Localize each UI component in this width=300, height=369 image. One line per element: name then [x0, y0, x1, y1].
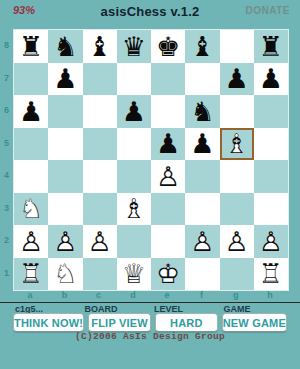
divider-line [0, 302, 300, 303]
square-e1[interactable]: ♚♔ [151, 258, 185, 291]
white-pawn: ♟♙ [225, 228, 249, 255]
file-label-a: a [13, 290, 47, 301]
square-d4[interactable] [117, 160, 151, 193]
square-d8[interactable]: ♛ [117, 30, 151, 63]
file-label-b: b [47, 290, 81, 301]
rank-label-7: 7 [0, 62, 13, 95]
square-h3[interactable] [254, 193, 288, 226]
square-e8[interactable]: ♚ [151, 30, 185, 63]
square-a3[interactable]: ♞♘ [14, 193, 48, 226]
rank-label-8: 8 [0, 29, 13, 62]
square-e4[interactable]: ♟♙ [151, 160, 185, 193]
rank-label-5: 5 [0, 127, 13, 160]
square-b1[interactable]: ♞♘ [48, 258, 82, 291]
black-rook: ♜ [259, 33, 283, 60]
black-knight: ♞ [190, 98, 214, 125]
white-pawn: ♟♙ [53, 228, 77, 255]
square-a1[interactable]: ♜♖ [14, 258, 48, 291]
square-h1[interactable]: ♜♖ [254, 258, 288, 291]
square-a4[interactable] [14, 160, 48, 193]
square-b3[interactable] [48, 193, 82, 226]
white-pawn: ♟♙ [19, 228, 43, 255]
rank-label-4: 4 [0, 159, 13, 192]
square-f3[interactable] [185, 193, 219, 226]
square-h8[interactable]: ♜ [254, 30, 288, 63]
flip-view-button[interactable]: FLIP VIEW [88, 313, 151, 332]
square-g1[interactable] [220, 258, 254, 291]
square-h6[interactable] [254, 95, 288, 128]
white-knight: ♞♘ [19, 195, 43, 222]
file-label-e: e [150, 290, 184, 301]
square-a6[interactable]: ♟ [14, 95, 48, 128]
white-rook: ♜♖ [19, 260, 43, 287]
black-pawn: ♟ [156, 130, 180, 157]
square-d1[interactable]: ♛♕ [117, 258, 151, 291]
square-b5[interactable] [48, 128, 82, 161]
square-g7[interactable]: ♟ [220, 63, 254, 96]
white-pawn: ♟♙ [88, 228, 112, 255]
square-g6[interactable] [220, 95, 254, 128]
square-c7[interactable] [83, 63, 117, 96]
rank-label-1: 1 [0, 257, 13, 290]
square-g4[interactable] [220, 160, 254, 193]
square-h7[interactable]: ♟ [254, 63, 288, 96]
square-g3[interactable] [220, 193, 254, 226]
level-hard-button[interactable]: HARD [155, 313, 218, 332]
square-g5[interactable]: ♝♗ [220, 128, 254, 161]
white-pawn: ♟♙ [156, 163, 180, 190]
square-c5[interactable] [83, 128, 117, 161]
square-a8[interactable]: ♜ [14, 30, 48, 63]
square-c4[interactable] [83, 160, 117, 193]
think-now-button[interactable]: THINK NOW! [13, 313, 84, 332]
black-bishop: ♝ [88, 33, 112, 60]
square-c8[interactable]: ♝ [83, 30, 117, 63]
square-e6[interactable] [151, 95, 185, 128]
rank-label-6: 6 [0, 94, 13, 127]
file-label-f: f [184, 290, 218, 301]
square-d6[interactable]: ♟ [117, 95, 151, 128]
square-b6[interactable] [48, 95, 82, 128]
square-c1[interactable] [83, 258, 117, 291]
square-f2[interactable]: ♟♙ [185, 225, 219, 258]
file-label-h: h [253, 290, 287, 301]
white-bishop: ♝♗ [225, 130, 249, 157]
square-e3[interactable] [151, 193, 185, 226]
rank-labels: 87654321 [0, 29, 13, 289]
square-f4[interactable] [185, 160, 219, 193]
square-d7[interactable] [117, 63, 151, 96]
square-b7[interactable]: ♟ [48, 63, 82, 96]
square-f1[interactable] [185, 258, 219, 291]
file-label-c: c [82, 290, 116, 301]
file-label-g: g [219, 290, 253, 301]
square-g8[interactable] [220, 30, 254, 63]
copyright-text: (C)2006 AsIs Design Group [0, 331, 300, 342]
square-a5[interactable] [14, 128, 48, 161]
square-c2[interactable]: ♟♙ [83, 225, 117, 258]
square-c3[interactable] [83, 193, 117, 226]
square-d5[interactable] [117, 128, 151, 161]
black-bishop: ♝ [190, 33, 214, 60]
white-pawn: ♟♙ [259, 228, 283, 255]
black-pawn: ♟ [122, 98, 146, 125]
black-pawn: ♟ [225, 65, 249, 92]
square-c6[interactable] [83, 95, 117, 128]
white-pawn: ♟♙ [190, 228, 214, 255]
square-b2[interactable]: ♟♙ [48, 225, 82, 258]
rank-label-3: 3 [0, 192, 13, 225]
donate-link[interactable]: DONATE [246, 5, 290, 16]
white-knight: ♞♘ [53, 260, 77, 287]
square-f5[interactable]: ♟ [185, 128, 219, 161]
white-queen: ♛♕ [122, 260, 146, 287]
square-b4[interactable] [48, 160, 82, 193]
square-a7[interactable] [14, 63, 48, 96]
file-labels: abcdefgh [13, 290, 287, 301]
square-e2[interactable] [151, 225, 185, 258]
black-pawn: ♟ [19, 98, 43, 125]
square-e5[interactable]: ♟ [151, 128, 185, 161]
black-rook: ♜ [19, 33, 43, 60]
square-f8[interactable]: ♝ [185, 30, 219, 63]
square-a2[interactable]: ♟♙ [14, 225, 48, 258]
black-pawn: ♟ [259, 65, 283, 92]
white-king: ♚♔ [156, 260, 180, 287]
new-game-button[interactable]: NEW GAME [222, 313, 287, 332]
square-b8[interactable]: ♞ [48, 30, 82, 63]
rank-label-2: 2 [0, 224, 13, 257]
control-buttons: THINK NOW! FLIP VIEW HARD NEW GAME [13, 313, 287, 332]
chess-board: ♜♞♝♛♚♝♜♟♟♟♟♟♞♟♟♝♗♟♙♞♘♝♗♟♙♟♙♟♙♟♙♟♙♟♙♜♖♞♘♛… [13, 29, 289, 291]
square-f7[interactable] [185, 63, 219, 96]
white-rook: ♜♖ [259, 260, 283, 287]
square-h2[interactable]: ♟♙ [254, 225, 288, 258]
black-pawn: ♟ [190, 130, 214, 157]
square-d3[interactable]: ♝♗ [117, 193, 151, 226]
square-f6[interactable]: ♞ [185, 95, 219, 128]
square-d2[interactable] [117, 225, 151, 258]
file-label-d: d [116, 290, 150, 301]
square-e7[interactable] [151, 63, 185, 96]
black-queen: ♛ [122, 33, 146, 60]
white-bishop: ♝♗ [122, 195, 146, 222]
black-king: ♚ [156, 33, 180, 60]
header: 93% asisChess v.1.2 DONATE [0, 0, 300, 28]
square-h5[interactable] [254, 128, 288, 161]
black-pawn: ♟ [53, 65, 77, 92]
square-h4[interactable] [254, 160, 288, 193]
black-knight: ♞ [53, 33, 77, 60]
square-g2[interactable]: ♟♙ [220, 225, 254, 258]
